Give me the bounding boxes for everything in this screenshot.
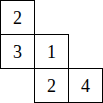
grid-cell-r2c2: 4 bbox=[68, 68, 103, 103]
grid-cell-r0c0: 2 bbox=[0, 0, 35, 35]
grid-cell-r2c1: 2 bbox=[34, 68, 69, 103]
puzzle-board: 23124 bbox=[0, 0, 103, 103]
grid-cell-r1c0: 3 bbox=[0, 34, 35, 69]
grid-cell-r1c1: 1 bbox=[34, 34, 69, 69]
